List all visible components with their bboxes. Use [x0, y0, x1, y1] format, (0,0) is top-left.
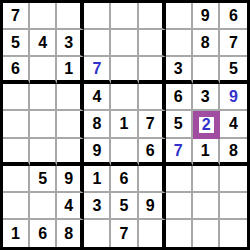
cell-r4c7[interactable]: 6	[166, 84, 193, 111]
cell-r7c7[interactable]	[166, 166, 193, 193]
cell-r8c6[interactable]: 9	[139, 193, 166, 220]
cell-r3c9[interactable]: 5	[220, 57, 247, 84]
cell-r7c3[interactable]: 9	[57, 166, 84, 193]
cell-r1c5[interactable]	[111, 3, 138, 30]
cell-r7c5[interactable]: 6	[111, 166, 138, 193]
cell-r6c3[interactable]	[57, 139, 84, 166]
cell-r1c8[interactable]: 9	[193, 3, 220, 30]
cell-r1c6[interactable]	[139, 3, 166, 30]
cell-r4c4[interactable]: 4	[84, 84, 111, 111]
cell-r5c5[interactable]: 1	[111, 111, 138, 139]
cell-r3c8[interactable]	[193, 57, 220, 84]
cell-r4c9[interactable]: 9	[220, 84, 247, 111]
cell-r2c9[interactable]: 7	[220, 30, 247, 57]
cell-r6c8[interactable]: 1	[193, 139, 220, 166]
cell-r1c7[interactable]	[166, 3, 193, 30]
cell-r7c6[interactable]	[139, 166, 166, 193]
cell-r5c6[interactable]: 7	[139, 111, 166, 139]
cell-r4c3[interactable]	[57, 84, 84, 111]
cell-r2c5[interactable]	[111, 30, 138, 57]
cell-r9c7[interactable]	[166, 220, 193, 247]
cell-r8c5[interactable]: 5	[111, 193, 138, 220]
cell-r3c5[interactable]	[111, 57, 138, 84]
cell-r1c3[interactable]	[57, 3, 84, 30]
cell-r3c7[interactable]: 3	[166, 57, 193, 84]
cell-r3c1[interactable]: 6	[3, 57, 30, 84]
cell-r6c1[interactable]	[3, 139, 30, 166]
cell-r2c4[interactable]	[84, 30, 111, 57]
cell-r2c2[interactable]: 4	[30, 30, 57, 57]
cell-r5c4[interactable]: 8	[84, 111, 111, 139]
cell-r6c7[interactable]: 7	[166, 139, 193, 166]
cell-r4c2[interactable]	[30, 84, 57, 111]
cell-r9c8[interactable]	[193, 220, 220, 247]
cell-r2c1[interactable]: 5	[3, 30, 30, 57]
cell-r9c4[interactable]	[84, 220, 111, 247]
cell-r8c8[interactable]	[193, 193, 220, 220]
cell-r8c2[interactable]	[30, 193, 57, 220]
cell-r6c6[interactable]: 6	[139, 139, 166, 166]
cell-r7c1[interactable]	[3, 166, 30, 193]
cell-r7c2[interactable]: 5	[30, 166, 57, 193]
cell-r2c6[interactable]	[139, 30, 166, 57]
cell-r9c2[interactable]: 6	[30, 220, 57, 247]
cell-r2c7[interactable]	[166, 30, 193, 57]
cell-r5c2[interactable]	[30, 111, 57, 139]
cell-r9c5[interactable]: 7	[111, 220, 138, 247]
cell-r4c8[interactable]: 3	[193, 84, 220, 111]
cell-r3c2[interactable]	[30, 57, 57, 84]
cell-r5c9[interactable]: 4	[220, 111, 247, 139]
cell-r3c6[interactable]	[139, 57, 166, 84]
cell-r6c5[interactable]	[111, 139, 138, 166]
cell-r8c7[interactable]	[166, 193, 193, 220]
cell-r2c3[interactable]: 3	[57, 30, 84, 57]
cell-r4c6[interactable]	[139, 84, 166, 111]
cell-r8c1[interactable]	[3, 193, 30, 220]
cell-r7c4[interactable]: 1	[84, 166, 111, 193]
cell-r9c6[interactable]	[139, 220, 166, 247]
cell-r6c9[interactable]: 8	[220, 139, 247, 166]
cell-r8c3[interactable]: 4	[57, 193, 84, 220]
cell-r5c3[interactable]	[57, 111, 84, 139]
cell-r8c9[interactable]	[220, 193, 247, 220]
sudoku-board: 7965438761735463981752496718591643591687	[0, 0, 250, 250]
cell-r7c9[interactable]	[220, 166, 247, 193]
cell-r3c4[interactable]: 7	[84, 57, 111, 84]
cell-r5c1[interactable]	[3, 111, 30, 139]
cell-r9c1[interactable]: 1	[3, 220, 30, 247]
cell-r5c7[interactable]: 5	[166, 111, 193, 139]
cell-r7c8[interactable]	[193, 166, 220, 193]
cell-r6c4[interactable]: 9	[84, 139, 111, 166]
cell-r1c9[interactable]: 6	[220, 3, 247, 30]
cell-r2c8[interactable]: 8	[193, 30, 220, 57]
cell-r1c4[interactable]	[84, 3, 111, 30]
cell-r9c3[interactable]: 8	[57, 220, 84, 247]
cell-r5c8[interactable]: 2	[193, 111, 220, 139]
cell-r1c1[interactable]: 7	[3, 3, 30, 30]
cell-r4c5[interactable]	[111, 84, 138, 111]
cell-r8c4[interactable]: 3	[84, 193, 111, 220]
cell-r3c3[interactable]: 1	[57, 57, 84, 84]
cell-r1c2[interactable]	[30, 3, 57, 30]
cell-r6c2[interactable]	[30, 139, 57, 166]
cell-r4c1[interactable]	[3, 84, 30, 111]
cell-r9c9[interactable]	[220, 220, 247, 247]
